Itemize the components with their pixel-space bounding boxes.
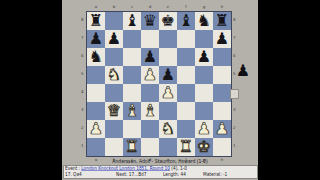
square-e2: ♞ (159, 120, 177, 138)
square-a7: ♟ (87, 30, 105, 48)
coord-label: 5 (81, 65, 84, 83)
square-d7 (141, 30, 159, 48)
coord-label: h (213, 4, 231, 9)
square-f2 (177, 120, 195, 138)
coord-label: 6 (81, 47, 84, 65)
coord-label: 2 (81, 119, 84, 137)
square-c8: ♝ (123, 12, 141, 30)
square-h2: ♟ (213, 120, 231, 138)
black-knight-icon: ♞ (87, 48, 105, 65)
black-pawn-material-icon: ♟ (235, 62, 251, 80)
rank-labels-right: 87654321 (233, 11, 236, 155)
coord-label: c (123, 4, 141, 9)
coord-label: 8 (81, 11, 84, 29)
chess-board: ♜♝♛♚♝♞♜♟♟♟♞♟♟♞♟♟♟♛♝♝♟♞♟♟♜♜♚ (86, 11, 232, 157)
rank-labels-left: 87654321 (81, 11, 84, 155)
square-a3 (87, 102, 105, 120)
square-g2: ♟ (195, 120, 213, 138)
white-pawn-icon: ♟ (213, 120, 231, 137)
square-h3 (213, 102, 231, 120)
square-h6 (213, 48, 231, 66)
coord-label: 1 (81, 137, 84, 155)
coord-label: 8 (233, 11, 236, 29)
letterbox-right (258, 0, 320, 180)
coord-label: g (195, 4, 213, 9)
white-bishop-icon: ♝ (123, 102, 141, 119)
black-bishop-icon: ♝ (177, 12, 195, 29)
square-e5: ♟ (159, 66, 177, 84)
coord-label: b (105, 4, 123, 9)
coord-label: 7 (81, 29, 84, 47)
square-f3 (177, 102, 195, 120)
white-pawn-icon: ♟ (87, 120, 105, 137)
square-h7: ♟ (213, 30, 231, 48)
square-a8: ♜ (87, 12, 105, 30)
coord-label: 3 (81, 101, 84, 119)
event-link: London Knockout London 1851, Round 10 (81, 166, 170, 171)
black-knight-icon: ♞ (195, 12, 213, 29)
square-d6: ♟ (141, 48, 159, 66)
square-g3 (195, 102, 213, 120)
next-move: Next: 17...Bd7 (116, 172, 163, 178)
material-balance: Material: -1 (203, 172, 227, 178)
event-label: Event : (65, 166, 81, 171)
coord-label: e (159, 4, 177, 9)
event-line: Event : London Knockout London 1851, Rou… (65, 166, 257, 172)
square-e8: ♚ (159, 12, 177, 30)
coord-label: 2 (233, 119, 236, 137)
white-bishop-icon: ♝ (141, 102, 159, 119)
players-result-line: Anderssen, Adolf - Staunton, Howard (1-0… (62, 159, 258, 164)
letterbox-left (0, 0, 62, 180)
square-g5 (195, 66, 213, 84)
black-bishop-icon: ♝ (123, 12, 141, 29)
current-move: 17. Qa4 (65, 172, 116, 178)
square-c4 (123, 84, 141, 102)
black-rook-icon: ♜ (87, 12, 105, 29)
square-c3: ♝ (123, 102, 141, 120)
black-pawn-icon: ♟ (105, 30, 123, 47)
file-labels-top: abcdefgh (87, 4, 231, 9)
square-d1 (141, 138, 159, 156)
square-e1 (159, 138, 177, 156)
square-a1 (87, 138, 105, 156)
game-info-panel: Event : London Knockout London 1851, Rou… (63, 165, 258, 179)
square-c7 (123, 30, 141, 48)
white-queen-icon: ♛ (105, 102, 123, 119)
square-f1: ♜ (177, 138, 195, 156)
square-b2 (105, 120, 123, 138)
black-pawn-icon: ♟ (87, 30, 105, 47)
square-f6 (177, 48, 195, 66)
move-line: 17. Qa4 Next: 17...Bd7 Length: 44 Materi… (65, 172, 257, 178)
coord-label: 3 (233, 101, 236, 119)
small-square-fragment (230, 89, 239, 99)
square-g1: ♚ (195, 138, 213, 156)
square-h5 (213, 66, 231, 84)
square-h1 (213, 138, 231, 156)
square-g8: ♞ (195, 12, 213, 30)
white-pawn-icon: ♟ (141, 66, 159, 83)
black-king-icon: ♚ (159, 12, 177, 29)
white-pawn-icon: ♟ (195, 120, 213, 137)
square-f4 (177, 84, 195, 102)
square-d4 (141, 84, 159, 102)
square-e3 (159, 102, 177, 120)
square-a6: ♞ (87, 48, 105, 66)
square-a2: ♟ (87, 120, 105, 138)
black-queen-icon: ♛ (141, 12, 159, 29)
coord-label: d (141, 4, 159, 9)
square-g7 (195, 30, 213, 48)
square-b1 (105, 138, 123, 156)
square-d5: ♟ (141, 66, 159, 84)
square-c5 (123, 66, 141, 84)
event-tail: (4), 1-0 (170, 166, 187, 171)
square-f8: ♝ (177, 12, 195, 30)
square-e6 (159, 48, 177, 66)
white-king-icon: ♚ (195, 138, 213, 155)
coord-label: 1 (233, 137, 236, 155)
black-pawn-icon: ♟ (213, 30, 231, 47)
coord-label: a (87, 4, 105, 9)
game-length: Length: 44 (163, 172, 203, 178)
black-rook-icon: ♜ (213, 12, 231, 29)
square-e4: ♟ (159, 84, 177, 102)
coord-label: 7 (233, 29, 236, 47)
square-a5 (87, 66, 105, 84)
white-pawn-icon: ♟ (159, 84, 177, 101)
square-b4 (105, 84, 123, 102)
square-c1: ♜ (123, 138, 141, 156)
square-b6 (105, 48, 123, 66)
coord-label: f (177, 4, 195, 9)
square-b7: ♟ (105, 30, 123, 48)
white-rook-icon: ♜ (123, 138, 141, 155)
square-a4 (87, 84, 105, 102)
square-c2 (123, 120, 141, 138)
square-h8: ♜ (213, 12, 231, 30)
square-c6 (123, 48, 141, 66)
square-g4 (195, 84, 213, 102)
black-pawn-icon: ♟ (195, 48, 213, 65)
square-d2 (141, 120, 159, 138)
square-d3: ♝ (141, 102, 159, 120)
square-b5: ♞ (105, 66, 123, 84)
black-pawn-icon: ♟ (141, 48, 159, 65)
square-b3: ♛ (105, 102, 123, 120)
black-pawn-icon: ♟ (159, 66, 177, 83)
square-b8 (105, 12, 123, 30)
square-f5 (177, 66, 195, 84)
coord-label: 4 (81, 83, 84, 101)
chess-viewer: abcdefgh 87654321 87654321 abcdefgh ♜♝♛♚… (62, 0, 258, 180)
square-d8: ♛ (141, 12, 159, 30)
white-rook-icon: ♜ (177, 138, 195, 155)
white-knight-icon: ♞ (159, 120, 177, 137)
square-h4 (213, 84, 231, 102)
square-e7 (159, 30, 177, 48)
square-f7 (177, 30, 195, 48)
square-g6: ♟ (195, 48, 213, 66)
white-knight-icon: ♞ (105, 66, 123, 83)
